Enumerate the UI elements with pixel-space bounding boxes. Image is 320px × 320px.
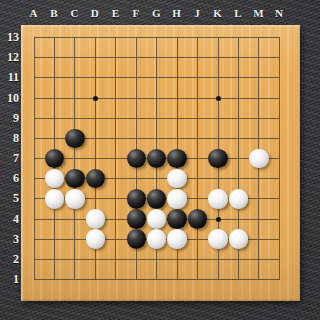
- black-stone-F3[interactable]: [127, 229, 147, 249]
- row-label-11: 11: [2, 70, 19, 84]
- point-J12[interactable]: [187, 47, 207, 67]
- point-N8[interactable]: [269, 128, 289, 148]
- point-D7[interactable]: [85, 148, 105, 168]
- point-G1[interactable]: [146, 269, 166, 289]
- column-label-J: J: [187, 6, 207, 20]
- point-A12[interactable]: [24, 47, 44, 67]
- point-B10[interactable]: [44, 88, 64, 108]
- point-N6[interactable]: [269, 168, 289, 188]
- column-label-N: N: [269, 6, 289, 20]
- point-B3[interactable]: [44, 229, 64, 249]
- column-label-H: H: [167, 6, 187, 20]
- point-M9[interactable]: [248, 108, 268, 128]
- point-N13[interactable]: [269, 27, 289, 47]
- point-K10[interactable]: [208, 88, 228, 108]
- point-C4[interactable]: [64, 209, 84, 229]
- column-label-B: B: [44, 6, 64, 20]
- point-E5[interactable]: [105, 188, 125, 208]
- point-A8[interactable]: [24, 128, 44, 148]
- point-J8[interactable]: [187, 128, 207, 148]
- point-L6[interactable]: [228, 168, 248, 188]
- point-B13[interactable]: [44, 27, 64, 47]
- row-label-3: 3: [2, 232, 19, 246]
- point-D8[interactable]: [85, 128, 105, 148]
- point-H10[interactable]: [167, 88, 187, 108]
- point-C2[interactable]: [64, 249, 84, 269]
- column-label-M: M: [248, 6, 268, 20]
- point-D13[interactable]: [85, 27, 105, 47]
- row-label-9: 9: [2, 111, 19, 125]
- point-G2[interactable]: [146, 249, 166, 269]
- point-H2[interactable]: [167, 249, 187, 269]
- point-J11[interactable]: [187, 67, 207, 87]
- column-label-K: K: [208, 6, 228, 20]
- point-L4[interactable]: [228, 209, 248, 229]
- point-K4[interactable]: [208, 209, 228, 229]
- point-E8[interactable]: [105, 128, 125, 148]
- point-N3[interactable]: [269, 229, 289, 249]
- point-F1[interactable]: [126, 269, 146, 289]
- white-stone-L5[interactable]: [229, 189, 249, 209]
- white-stone-C5[interactable]: [65, 189, 85, 209]
- row-label-2: 2: [2, 252, 19, 266]
- white-stone-L3[interactable]: [229, 229, 249, 249]
- column-label-G: G: [146, 6, 166, 20]
- point-C1[interactable]: [64, 269, 84, 289]
- point-H11[interactable]: [167, 67, 187, 87]
- point-L13[interactable]: [228, 27, 248, 47]
- point-C9[interactable]: [64, 108, 84, 128]
- point-E3[interactable]: [105, 229, 125, 249]
- point-N12[interactable]: [269, 47, 289, 67]
- point-D1[interactable]: [85, 269, 105, 289]
- point-N5[interactable]: [269, 188, 289, 208]
- point-A9[interactable]: [24, 108, 44, 128]
- point-L10[interactable]: [228, 88, 248, 108]
- column-label-E: E: [105, 6, 125, 20]
- point-A4[interactable]: [24, 209, 44, 229]
- point-A6[interactable]: [24, 168, 44, 188]
- point-E13[interactable]: [105, 27, 125, 47]
- point-C10[interactable]: [64, 88, 84, 108]
- row-label-10: 10: [2, 91, 19, 105]
- point-M6[interactable]: [248, 168, 268, 188]
- point-E7[interactable]: [105, 148, 125, 168]
- white-stone-H5[interactable]: [167, 189, 187, 209]
- column-label-L: L: [228, 6, 248, 20]
- point-L11[interactable]: [228, 67, 248, 87]
- point-B4[interactable]: [44, 209, 64, 229]
- point-M12[interactable]: [248, 47, 268, 67]
- row-label-5: 5: [2, 191, 19, 205]
- point-A7[interactable]: [24, 148, 44, 168]
- point-E2[interactable]: [105, 249, 125, 269]
- point-M11[interactable]: [248, 67, 268, 87]
- row-label-7: 7: [2, 151, 19, 165]
- point-H9[interactable]: [167, 108, 187, 128]
- black-stone-H7[interactable]: [167, 149, 187, 169]
- point-K12[interactable]: [208, 47, 228, 67]
- point-H8[interactable]: [167, 128, 187, 148]
- point-M8[interactable]: [248, 128, 268, 148]
- point-B11[interactable]: [44, 67, 64, 87]
- point-B1[interactable]: [44, 269, 64, 289]
- column-label-A: A: [24, 6, 44, 20]
- row-label-8: 8: [2, 131, 19, 145]
- white-stone-K5[interactable]: [208, 189, 228, 209]
- point-G8[interactable]: [146, 128, 166, 148]
- point-N7[interactable]: [269, 148, 289, 168]
- point-E12[interactable]: [105, 47, 125, 67]
- black-stone-J4[interactable]: [188, 209, 208, 229]
- point-M4[interactable]: [248, 209, 268, 229]
- point-L8[interactable]: [228, 128, 248, 148]
- point-D5[interactable]: [85, 188, 105, 208]
- point-J7[interactable]: [187, 148, 207, 168]
- point-F13[interactable]: [126, 27, 146, 47]
- black-stone-K7[interactable]: [208, 149, 228, 169]
- point-B8[interactable]: [44, 128, 64, 148]
- point-N1[interactable]: [269, 269, 289, 289]
- point-C3[interactable]: [64, 229, 84, 249]
- black-stone-H4[interactable]: [167, 209, 187, 229]
- point-J10[interactable]: [187, 88, 207, 108]
- point-L7[interactable]: [228, 148, 248, 168]
- table-background: ABCDEFGHJKLMN 13121110987654321: [0, 0, 320, 320]
- point-C7[interactable]: [64, 148, 84, 168]
- black-stone-F7[interactable]: [127, 149, 147, 169]
- point-J6[interactable]: [187, 168, 207, 188]
- black-stone-G5[interactable]: [147, 189, 167, 209]
- point-H12[interactable]: [167, 47, 187, 67]
- point-C13[interactable]: [64, 27, 84, 47]
- point-F8[interactable]: [126, 128, 146, 148]
- row-label-1: 1: [2, 272, 19, 286]
- point-E10[interactable]: [105, 88, 125, 108]
- point-K6[interactable]: [208, 168, 228, 188]
- point-M2[interactable]: [248, 249, 268, 269]
- point-B9[interactable]: [44, 108, 64, 128]
- point-H1[interactable]: [167, 269, 187, 289]
- point-G10[interactable]: [146, 88, 166, 108]
- point-B2[interactable]: [44, 249, 64, 269]
- white-stone-G4[interactable]: [147, 209, 167, 229]
- point-L1[interactable]: [228, 269, 248, 289]
- column-label-D: D: [85, 6, 105, 20]
- point-K9[interactable]: [208, 108, 228, 128]
- row-label-12: 12: [2, 50, 19, 64]
- point-D10[interactable]: [85, 88, 105, 108]
- point-K11[interactable]: [208, 67, 228, 87]
- point-M10[interactable]: [248, 88, 268, 108]
- white-stone-K3[interactable]: [208, 229, 228, 249]
- point-M3[interactable]: [248, 229, 268, 249]
- point-E6[interactable]: [105, 168, 125, 188]
- point-J9[interactable]: [187, 108, 207, 128]
- point-K13[interactable]: [208, 27, 228, 47]
- point-N11[interactable]: [269, 67, 289, 87]
- column-label-C: C: [64, 6, 84, 20]
- white-stone-B5[interactable]: [45, 189, 65, 209]
- point-J3[interactable]: [187, 229, 207, 249]
- point-L12[interactable]: [228, 47, 248, 67]
- point-K8[interactable]: [208, 128, 228, 148]
- row-label-4: 4: [2, 212, 19, 226]
- point-J5[interactable]: [187, 188, 207, 208]
- point-D12[interactable]: [85, 47, 105, 67]
- white-stone-D4[interactable]: [86, 209, 106, 229]
- point-F9[interactable]: [126, 108, 146, 128]
- point-N9[interactable]: [269, 108, 289, 128]
- point-G12[interactable]: [146, 47, 166, 67]
- point-M1[interactable]: [248, 269, 268, 289]
- point-N4[interactable]: [269, 209, 289, 229]
- point-G9[interactable]: [146, 108, 166, 128]
- black-stone-F4[interactable]: [127, 209, 147, 229]
- row-label-13: 13: [2, 30, 19, 44]
- point-A13[interactable]: [24, 27, 44, 47]
- point-N10[interactable]: [269, 88, 289, 108]
- point-A1[interactable]: [24, 269, 44, 289]
- point-J2[interactable]: [187, 249, 207, 269]
- point-H13[interactable]: [167, 27, 187, 47]
- point-F11[interactable]: [126, 67, 146, 87]
- white-stone-M7[interactable]: [249, 149, 269, 169]
- point-E9[interactable]: [105, 108, 125, 128]
- point-A2[interactable]: [24, 249, 44, 269]
- point-J1[interactable]: [187, 269, 207, 289]
- point-G6[interactable]: [146, 168, 166, 188]
- white-stone-D3[interactable]: [86, 229, 106, 249]
- point-E4[interactable]: [105, 209, 125, 229]
- point-A10[interactable]: [24, 88, 44, 108]
- point-B12[interactable]: [44, 47, 64, 67]
- point-D11[interactable]: [85, 67, 105, 87]
- point-F2[interactable]: [126, 249, 146, 269]
- point-F10[interactable]: [126, 88, 146, 108]
- point-M5[interactable]: [248, 188, 268, 208]
- point-E1[interactable]: [105, 269, 125, 289]
- point-G11[interactable]: [146, 67, 166, 87]
- point-C11[interactable]: [64, 67, 84, 87]
- point-F6[interactable]: [126, 168, 146, 188]
- point-J13[interactable]: [187, 27, 207, 47]
- point-N2[interactable]: [269, 249, 289, 269]
- point-D2[interactable]: [85, 249, 105, 269]
- column-label-F: F: [126, 6, 146, 20]
- row-label-6: 6: [2, 171, 19, 185]
- black-stone-C8[interactable]: [65, 129, 85, 149]
- point-K2[interactable]: [208, 249, 228, 269]
- point-G13[interactable]: [146, 27, 166, 47]
- point-A11[interactable]: [24, 67, 44, 87]
- point-A3[interactable]: [24, 229, 44, 249]
- black-stone-F5[interactable]: [127, 189, 147, 209]
- black-stone-C6[interactable]: [65, 169, 85, 189]
- point-D9[interactable]: [85, 108, 105, 128]
- point-L9[interactable]: [228, 108, 248, 128]
- white-stone-H3[interactable]: [167, 229, 187, 249]
- point-F12[interactable]: [126, 47, 146, 67]
- point-M13[interactable]: [248, 27, 268, 47]
- point-C12[interactable]: [64, 47, 84, 67]
- point-K1[interactable]: [208, 269, 228, 289]
- point-E11[interactable]: [105, 67, 125, 87]
- point-A5[interactable]: [24, 188, 44, 208]
- point-L2[interactable]: [228, 249, 248, 269]
